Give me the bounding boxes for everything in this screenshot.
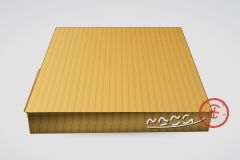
go-grid [24, 27, 213, 112]
go-board-top-surface [24, 27, 213, 112]
photo-frame [0, 0, 240, 160]
red-seal-stamp [195, 94, 233, 132]
